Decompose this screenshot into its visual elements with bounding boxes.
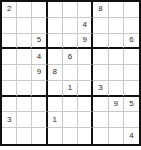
cell-r9c8[interactable] [109, 128, 124, 144]
cell-r1c2[interactable] [17, 2, 32, 18]
cell-r7c7[interactable] [93, 97, 108, 113]
cell-r5c7[interactable] [93, 65, 108, 81]
cell-r2c5[interactable] [63, 18, 78, 34]
sudoku-board: 28459646981395314 [0, 0, 141, 146]
cell-r2c1[interactable] [2, 18, 17, 34]
cell-r1c5[interactable] [63, 2, 78, 18]
cell-r1c7[interactable]: 8 [93, 2, 108, 18]
cell-r9c1[interactable] [2, 128, 17, 144]
cell-r5c9[interactable] [124, 65, 139, 81]
cell-r8c4[interactable]: 1 [48, 112, 63, 128]
cell-r1c9[interactable] [124, 2, 139, 18]
cell-r3c7[interactable] [93, 34, 108, 50]
cell-r2c7[interactable] [93, 18, 108, 34]
cell-r5c3[interactable]: 9 [32, 65, 47, 81]
cell-r6c6[interactable] [78, 81, 93, 97]
cell-r9c5[interactable] [63, 128, 78, 144]
cell-r7c4[interactable] [48, 97, 63, 113]
cell-r6c1[interactable] [2, 81, 17, 97]
cell-r3c2[interactable] [17, 34, 32, 50]
cell-r5c5[interactable] [63, 65, 78, 81]
cell-r6c9[interactable] [124, 81, 139, 97]
cell-r6c7[interactable]: 3 [93, 81, 108, 97]
cell-r4c9[interactable] [124, 49, 139, 65]
cell-r8c8[interactable] [109, 112, 124, 128]
cell-r5c2[interactable] [17, 65, 32, 81]
cell-r4c1[interactable] [2, 49, 17, 65]
cell-r7c1[interactable] [2, 97, 17, 113]
cell-r7c5[interactable] [63, 97, 78, 113]
cell-r1c1[interactable]: 2 [2, 2, 17, 18]
cell-r3c5[interactable] [63, 34, 78, 50]
cell-r5c8[interactable] [109, 65, 124, 81]
cell-r1c6[interactable] [78, 2, 93, 18]
cell-r7c6[interactable] [78, 97, 93, 113]
cell-r4c8[interactable] [109, 49, 124, 65]
cell-r8c9[interactable] [124, 112, 139, 128]
cell-r9c9[interactable]: 4 [124, 128, 139, 144]
cell-r7c3[interactable] [32, 97, 47, 113]
cell-r2c4[interactable] [48, 18, 63, 34]
cell-r6c5[interactable]: 1 [63, 81, 78, 97]
cell-r6c3[interactable] [32, 81, 47, 97]
cell-r2c2[interactable] [17, 18, 32, 34]
cell-r8c2[interactable] [17, 112, 32, 128]
cell-r2c6[interactable]: 4 [78, 18, 93, 34]
cell-r5c1[interactable] [2, 65, 17, 81]
cell-r4c4[interactable] [48, 49, 63, 65]
cell-r5c4[interactable]: 8 [48, 65, 63, 81]
cell-r9c4[interactable] [48, 128, 63, 144]
cell-r9c6[interactable] [78, 128, 93, 144]
cell-r9c7[interactable] [93, 128, 108, 144]
cell-r8c1[interactable]: 3 [2, 112, 17, 128]
cell-r8c7[interactable] [93, 112, 108, 128]
cell-r4c7[interactable] [93, 49, 108, 65]
cell-r3c9[interactable]: 6 [124, 34, 139, 50]
cell-r9c2[interactable] [17, 128, 32, 144]
cell-r3c1[interactable] [2, 34, 17, 50]
cell-r3c6[interactable]: 9 [78, 34, 93, 50]
cell-r6c8[interactable] [109, 81, 124, 97]
cell-r4c3[interactable]: 4 [32, 49, 47, 65]
cell-r1c3[interactable] [32, 2, 47, 18]
cell-r7c8[interactable]: 9 [109, 97, 124, 113]
cell-r4c5[interactable]: 6 [63, 49, 78, 65]
cell-r2c8[interactable] [109, 18, 124, 34]
cell-r8c3[interactable] [32, 112, 47, 128]
cell-r1c4[interactable] [48, 2, 63, 18]
cell-r2c3[interactable] [32, 18, 47, 34]
cell-r6c4[interactable] [48, 81, 63, 97]
cell-r5c6[interactable] [78, 65, 93, 81]
cell-r1c8[interactable] [109, 2, 124, 18]
cell-r3c8[interactable] [109, 34, 124, 50]
cell-r9c3[interactable] [32, 128, 47, 144]
cell-r8c5[interactable] [63, 112, 78, 128]
cell-r8c6[interactable] [78, 112, 93, 128]
cell-r4c2[interactable] [17, 49, 32, 65]
cell-r6c2[interactable] [17, 81, 32, 97]
cell-r2c9[interactable] [124, 18, 139, 34]
cell-r7c9[interactable]: 5 [124, 97, 139, 113]
cell-r7c2[interactable] [17, 97, 32, 113]
cell-r3c4[interactable] [48, 34, 63, 50]
cell-r3c3[interactable]: 5 [32, 34, 47, 50]
cell-r4c6[interactable] [78, 49, 93, 65]
